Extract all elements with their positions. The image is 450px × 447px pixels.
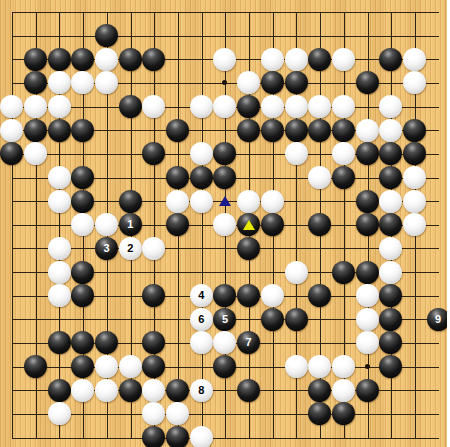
board-grid-lines — [12, 12, 440, 439]
go-board[interactable]: 132465978 — [0, 0, 450, 447]
